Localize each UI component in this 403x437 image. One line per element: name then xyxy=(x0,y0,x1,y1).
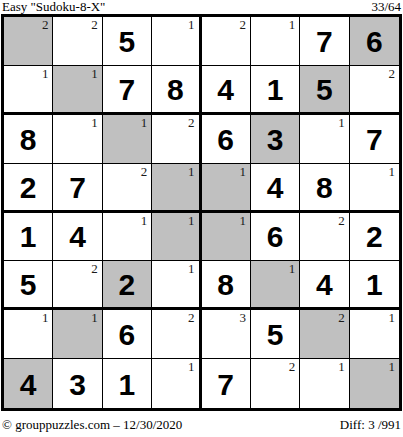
cell-r4c7[interactable]: 8 xyxy=(300,164,349,213)
pencil-hint: 2 xyxy=(338,311,345,324)
cell-r5c6[interactable]: 6 xyxy=(251,213,300,262)
cell-r5c1[interactable]: 1 xyxy=(4,213,53,262)
cell-r3c5[interactable]: 6 xyxy=(202,115,251,164)
pencil-hint: 1 xyxy=(239,165,246,178)
cell-r3c1[interactable]: 8 xyxy=(4,115,53,164)
cell-r2c4[interactable]: 8 xyxy=(152,66,201,115)
pencil-hint: 1 xyxy=(188,214,195,227)
cell-r5c2[interactable]: 4 xyxy=(53,213,102,262)
pencil-hint: 1 xyxy=(188,360,195,373)
pencil-hint: 2 xyxy=(91,262,98,275)
cell-r2c7[interactable]: 5 xyxy=(300,66,349,115)
cell-r5c4[interactable]: 1 xyxy=(152,213,201,262)
cell-r3c7[interactable]: 1 xyxy=(300,115,349,164)
cell-r1c5[interactable]: 2 xyxy=(202,17,251,66)
cell-value: 3 xyxy=(267,125,284,155)
cell-r3c3[interactable]: 1 xyxy=(103,115,152,164)
cell-r7c6[interactable]: 5 xyxy=(251,310,300,359)
cell-r5c5[interactable]: 1 xyxy=(202,213,251,262)
pencil-hint: 1 xyxy=(239,214,246,227)
cell-value: 7 xyxy=(69,173,86,203)
pencil-hint: 1 xyxy=(389,165,396,178)
pencil-hint: 2 xyxy=(338,214,345,227)
cell-r1c1[interactable]: 2 xyxy=(4,17,53,66)
cell-value: 1 xyxy=(20,222,37,252)
cell-value: 2 xyxy=(366,222,383,252)
pencil-hint: 1 xyxy=(338,116,345,129)
cell-value: 2 xyxy=(20,173,37,203)
cell-value: 1 xyxy=(267,75,284,105)
board: 2251217611784152811263172721148114111622… xyxy=(1,14,402,411)
cell-r7c1[interactable]: 1 xyxy=(4,310,53,359)
page: Easy "Sudoku-8-X" 33/64 2251217611784152… xyxy=(0,0,403,437)
pencil-hint: 2 xyxy=(289,360,296,373)
cell-r7c4[interactable]: 2 xyxy=(152,310,201,359)
cell-r8c3[interactable]: 1 xyxy=(103,359,152,408)
pencil-hint: 1 xyxy=(141,116,148,129)
cell-value: 4 xyxy=(217,75,234,105)
cell-value: 5 xyxy=(119,27,136,57)
cell-value: 4 xyxy=(20,370,37,400)
cell-value: 5 xyxy=(316,75,333,105)
cell-r4c3[interactable]: 2 xyxy=(103,164,152,213)
cell-value: 6 xyxy=(217,125,234,155)
cell-r6c5[interactable]: 8 xyxy=(202,261,251,310)
cell-r3c4[interactable]: 2 xyxy=(152,115,201,164)
pencil-hint: 1 xyxy=(42,311,49,324)
cell-r8c7[interactable]: 1 xyxy=(300,359,349,408)
cell-r7c2[interactable]: 1 xyxy=(53,310,102,359)
pencil-hint: 3 xyxy=(239,311,246,324)
cell-value: 4 xyxy=(316,270,333,300)
pencil-hint: 1 xyxy=(188,165,195,178)
cell-r5c7[interactable]: 2 xyxy=(300,213,349,262)
cell-value: 4 xyxy=(69,222,86,252)
pencil-hint: 2 xyxy=(389,67,396,80)
pencil-hint: 2 xyxy=(188,116,195,129)
cell-r8c8[interactable]: 1 xyxy=(350,359,399,408)
cell-r4c6[interactable]: 4 xyxy=(251,164,300,213)
cell-r8c1[interactable]: 4 xyxy=(4,359,53,408)
pencil-hint: 1 xyxy=(91,311,98,324)
copyright-text: © grouppuzzles.com – 12/30/2020 xyxy=(2,417,182,433)
pencil-hint: 1 xyxy=(141,214,148,227)
cell-r1c7[interactable]: 7 xyxy=(300,17,349,66)
difficulty-text: Diff: 3 /991 xyxy=(340,417,401,433)
cell-r6c7[interactable]: 4 xyxy=(300,261,349,310)
cell-value: 7 xyxy=(119,75,136,105)
cell-value: 8 xyxy=(167,75,184,105)
cell-value: 8 xyxy=(20,125,37,155)
cell-r1c4[interactable]: 1 xyxy=(152,17,201,66)
pencil-hint: 1 xyxy=(91,116,98,129)
cell-r8c6[interactable]: 2 xyxy=(251,359,300,408)
cell-r7c5[interactable]: 3 xyxy=(202,310,251,359)
cell-r7c7[interactable]: 2 xyxy=(300,310,349,359)
cell-r2c5[interactable]: 4 xyxy=(202,66,251,115)
cell-r1c6[interactable]: 1 xyxy=(251,17,300,66)
cell-r4c5[interactable]: 1 xyxy=(202,164,251,213)
cell-value: 5 xyxy=(20,270,37,300)
cell-r6c4[interactable]: 1 xyxy=(152,261,201,310)
cell-r2c8[interactable]: 2 xyxy=(350,66,399,115)
pencil-hint: 1 xyxy=(289,18,296,31)
cell-r2c6[interactable]: 1 xyxy=(251,66,300,115)
cell-value: 6 xyxy=(267,222,284,252)
cell-r6c8[interactable]: 1 xyxy=(350,261,399,310)
cell-r4c2[interactable]: 7 xyxy=(53,164,102,213)
cell-r3c8[interactable]: 7 xyxy=(350,115,399,164)
pencil-hint: 2 xyxy=(42,18,49,31)
cell-r3c2[interactable]: 1 xyxy=(53,115,102,164)
cell-r5c3[interactable]: 1 xyxy=(103,213,152,262)
pencil-hint: 1 xyxy=(188,18,195,31)
pencil-hint: 1 xyxy=(188,262,195,275)
cell-r7c8[interactable]: 1 xyxy=(350,310,399,359)
cell-r7c3[interactable]: 6 xyxy=(103,310,152,359)
pencil-hint: 1 xyxy=(338,360,345,373)
cell-r8c4[interactable]: 1 xyxy=(152,359,201,408)
cell-value: 1 xyxy=(119,370,136,400)
pencil-hint: 1 xyxy=(389,311,396,324)
header: Easy "Sudoku-8-X" 33/64 xyxy=(0,0,403,14)
pencil-hint: 2 xyxy=(188,311,195,324)
cell-r2c3[interactable]: 7 xyxy=(103,66,152,115)
pencil-hint: 2 xyxy=(239,18,246,31)
cell-value: 6 xyxy=(119,320,136,350)
cell-value: 7 xyxy=(316,27,333,57)
cell-r4c1[interactable]: 2 xyxy=(4,164,53,213)
cell-r1c3[interactable]: 5 xyxy=(103,17,152,66)
cell-value: 2 xyxy=(119,270,136,300)
pencil-hint: 1 xyxy=(91,67,98,80)
cell-r4c4[interactable]: 1 xyxy=(152,164,201,213)
cell-value: 1 xyxy=(366,270,383,300)
cell-r6c3[interactable]: 2 xyxy=(103,261,152,310)
cell-value: 8 xyxy=(316,173,333,203)
cell-r6c1[interactable]: 5 xyxy=(4,261,53,310)
cell-r2c2[interactable]: 1 xyxy=(53,66,102,115)
cell-r6c2[interactable]: 2 xyxy=(53,261,102,310)
cell-r4c8[interactable]: 1 xyxy=(350,164,399,213)
pencil-hint: 2 xyxy=(91,18,98,31)
cell-r1c8[interactable]: 6 xyxy=(350,17,399,66)
cell-r3c6[interactable]: 3 xyxy=(251,115,300,164)
cell-value: 7 xyxy=(217,370,234,400)
cell-r6c6[interactable]: 1 xyxy=(251,261,300,310)
footer: © grouppuzzles.com – 12/30/2020 Diff: 3 … xyxy=(0,417,403,433)
cell-value: 5 xyxy=(267,320,284,350)
cell-r8c5[interactable]: 7 xyxy=(202,359,251,408)
cell-value: 6 xyxy=(366,27,383,57)
cell-r2c1[interactable]: 1 xyxy=(4,66,53,115)
cell-r1c2[interactable]: 2 xyxy=(53,17,102,66)
puzzle-counter: 33/64 xyxy=(371,0,401,14)
cell-value: 7 xyxy=(366,125,383,155)
cell-value: 4 xyxy=(267,173,284,203)
cell-value: 3 xyxy=(69,370,86,400)
pencil-hint: 1 xyxy=(389,360,396,373)
pencil-hint: 2 xyxy=(141,165,148,178)
puzzle-title: Easy "Sudoku-8-X" xyxy=(2,0,105,14)
cell-r8c2[interactable]: 3 xyxy=(53,359,102,408)
cell-value: 8 xyxy=(217,270,234,300)
pencil-hint: 1 xyxy=(289,262,296,275)
cell-r5c8[interactable]: 2 xyxy=(350,213,399,262)
pencil-hint: 1 xyxy=(42,67,49,80)
